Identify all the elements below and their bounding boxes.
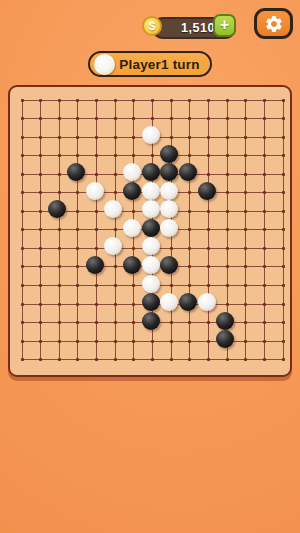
gear-icon [264,14,284,34]
intersection-dot [58,191,61,194]
intersection-dot [95,154,98,157]
stone-white [160,293,178,311]
intersection-dot [282,247,285,250]
intersection-dot [188,284,191,287]
goban[interactable] [8,85,292,377]
stone-black [142,163,160,181]
intersection-dot [207,284,210,287]
intersection-dot [151,154,154,157]
stone-white [142,182,160,200]
intersection-dot [132,154,135,157]
stone-white [142,126,160,144]
intersection-dot [282,117,285,120]
intersection-dot [151,340,154,343]
intersection-dot [58,173,61,176]
stone-black [142,219,160,237]
intersection-dot [21,247,24,250]
intersection-dot [39,284,42,287]
intersection-dot [244,228,247,231]
intersection-dot [282,154,285,157]
intersection-dot [226,247,229,250]
intersection-dot [207,210,210,213]
intersection-dot [21,340,24,343]
intersection-dot [244,210,247,213]
turn-banner: Player1 turn [88,51,212,77]
intersection-dot [39,154,42,157]
intersection-dot [263,191,266,194]
stone-black [160,256,178,274]
intersection-dot [244,99,247,102]
intersection-dot [21,284,24,287]
intersection-dot [226,99,229,102]
intersection-dot [170,284,173,287]
stone-black [86,256,104,274]
stone-black [179,293,197,311]
intersection-dot [207,340,210,343]
intersection-dot [21,191,24,194]
stone-black [123,182,141,200]
intersection-dot [39,136,42,139]
intersection-dot [226,228,229,231]
intersection-dot [58,136,61,139]
intersection-dot [95,340,98,343]
intersection-dot [282,191,285,194]
intersection-dot [207,247,210,250]
stone-black [216,312,234,330]
intersection-dot [188,228,191,231]
intersection-dot [58,154,61,157]
intersection-dot [76,99,79,102]
intersection-dot [226,210,229,213]
stone-black [160,145,178,163]
intersection-dot [114,117,117,120]
intersection-dot [76,284,79,287]
intersection-dot [95,210,98,213]
stone-white [160,182,178,200]
intersection-dot [226,173,229,176]
intersection-dot [207,321,210,324]
intersection-dot [132,358,135,361]
intersection-dot [76,303,79,306]
stone-black [123,256,141,274]
intersection-dot [188,154,191,157]
intersection-dot [244,136,247,139]
intersection-dot [39,358,42,361]
intersection-dot [207,358,210,361]
intersection-dot [170,136,173,139]
intersection-dot [170,340,173,343]
intersection-dot [188,191,191,194]
intersection-dot [114,136,117,139]
intersection-dot [132,210,135,213]
stone-white [104,237,122,255]
intersection-dot [95,284,98,287]
coin-amount: 1,510 [173,21,215,35]
intersection-dot [244,154,247,157]
intersection-dot [95,247,98,250]
intersection-dot [132,136,135,139]
intersection-dot [76,228,79,231]
intersection-dot [244,191,247,194]
intersection-dot [132,340,135,343]
intersection-dot [170,99,173,102]
intersection-dot [226,154,229,157]
intersection-dot [282,321,285,324]
intersection-dot [58,303,61,306]
intersection-dot [188,321,191,324]
intersection-dot [39,303,42,306]
intersection-dot [132,303,135,306]
intersection-dot [39,99,42,102]
intersection-dot [188,136,191,139]
intersection-dot [188,247,191,250]
intersection-dot [226,284,229,287]
intersection-dot [188,340,191,343]
stone-white [142,237,160,255]
intersection-dot [58,265,61,268]
intersection-dot [263,173,266,176]
intersection-dot [132,284,135,287]
intersection-dot [39,117,42,120]
intersection-dot [188,99,191,102]
intersection-dot [114,173,117,176]
intersection-dot [76,358,79,361]
intersection-dot [58,228,61,231]
intersection-dot [244,303,247,306]
intersection-dot [226,358,229,361]
intersection-dot [170,247,173,250]
intersection-dot [207,173,210,176]
intersection-dot [263,284,266,287]
stone-white [123,219,141,237]
intersection-dot [282,210,285,213]
stone-black [48,200,66,218]
intersection-dot [114,358,117,361]
intersection-dot [76,247,79,250]
intersection-dot [151,99,154,102]
intersection-dot [282,303,285,306]
turn-label: Player1 turn [115,57,210,72]
intersection-dot [263,228,266,231]
coin-counter: 1,510 $ + [142,13,242,39]
intersection-dot [282,136,285,139]
intersection-dot [207,265,210,268]
intersection-dot [95,358,98,361]
stone-white [160,219,178,237]
intersection-dot [21,358,24,361]
stone-white [142,275,160,293]
add-coins-button[interactable]: + [213,14,236,37]
intersection-dot [226,303,229,306]
stone-white [142,256,160,274]
intersection-dot [114,154,117,157]
game-screen: 1,510 $ + Player1 turn [0,0,300,533]
intersection-dot [95,136,98,139]
stone-black [160,163,178,181]
intersection-dot [76,265,79,268]
intersection-dot [58,117,61,120]
intersection-dot [114,99,117,102]
intersection-dot [132,247,135,250]
intersection-dot [282,265,285,268]
intersection-dot [95,117,98,120]
stone-black [216,330,234,348]
intersection-dot [76,154,79,157]
intersection-dot [282,358,285,361]
intersection-dot [95,173,98,176]
stone-white [104,200,122,218]
intersection-dot [170,117,173,120]
intersection-dot [170,321,173,324]
white-stone-icon [94,54,115,75]
intersection-dot [226,265,229,268]
intersection-dot [39,265,42,268]
intersection-dot [39,247,42,250]
intersection-dot [282,228,285,231]
intersection-dot [244,284,247,287]
intersection-dot [132,99,135,102]
intersection-dot [263,154,266,157]
intersection-dot [76,321,79,324]
stone-black [142,312,160,330]
intersection-dot [207,154,210,157]
intersection-dot [76,136,79,139]
settings-button[interactable] [254,8,293,39]
intersection-dot [21,173,24,176]
intersection-dot [263,321,266,324]
intersection-dot [21,321,24,324]
intersection-dot [21,154,24,157]
intersection-dot [244,247,247,250]
intersection-dot [58,247,61,250]
dollar-icon: $ [149,20,155,32]
intersection-dot [263,99,266,102]
intersection-dot [114,303,117,306]
intersection-dot [58,358,61,361]
stone-white [142,200,160,218]
intersection-dot [58,99,61,102]
intersection-dot [263,136,266,139]
intersection-dot [226,117,229,120]
intersection-dot [39,228,42,231]
intersection-dot [114,191,117,194]
intersection-dot [132,321,135,324]
intersection-dot [21,210,24,213]
stone-white [123,163,141,181]
intersection-dot [132,117,135,120]
stone-black [198,182,216,200]
intersection-dot [244,358,247,361]
intersection-dot [58,284,61,287]
intersection-dot [39,173,42,176]
intersection-dot [188,265,191,268]
intersection-dot [95,303,98,306]
intersection-dot [114,284,117,287]
intersection-dot [114,265,117,268]
intersection-dot [282,173,285,176]
intersection-dot [207,228,210,231]
intersection-dot [263,247,266,250]
intersection-dot [21,136,24,139]
intersection-dot [114,321,117,324]
stone-black [179,163,197,181]
intersection-dot [114,340,117,343]
intersection-dot [263,265,266,268]
intersection-dot [263,303,266,306]
intersection-dot [21,265,24,268]
stone-white [198,293,216,311]
stone-white [160,200,178,218]
intersection-dot [76,117,79,120]
intersection-dot [263,210,266,213]
intersection-dot [244,173,247,176]
intersection-dot [21,303,24,306]
intersection-dot [207,99,210,102]
intersection-dot [188,210,191,213]
intersection-dot [263,358,266,361]
stone-white [86,182,104,200]
intersection-dot [244,321,247,324]
intersection-dot [188,117,191,120]
intersection-dot [244,340,247,343]
intersection-dot [39,340,42,343]
intersection-dot [58,321,61,324]
intersection-dot [282,340,285,343]
intersection-dot [58,340,61,343]
intersection-dot [263,340,266,343]
intersection-dot [76,191,79,194]
intersection-dot [282,99,285,102]
intersection-dot [39,321,42,324]
intersection-dot [95,99,98,102]
intersection-dot [114,228,117,231]
intersection-dot [188,358,191,361]
intersection-dot [170,358,173,361]
intersection-dot [39,210,42,213]
coin-icon: $ [142,16,162,36]
intersection-dot [76,340,79,343]
intersection-dot [76,210,79,213]
intersection-dot [39,191,42,194]
intersection-dot [95,321,98,324]
intersection-dot [151,358,154,361]
intersection-dot [244,265,247,268]
intersection-dot [21,99,24,102]
intersection-dot [95,228,98,231]
intersection-dot [21,228,24,231]
intersection-dot [21,117,24,120]
intersection-dot [226,191,229,194]
intersection-dot [226,136,229,139]
intersection-dot [207,136,210,139]
intersection-dot [244,117,247,120]
plus-icon: + [220,17,229,33]
intersection-dot [207,117,210,120]
stone-black [142,293,160,311]
intersection-dot [263,117,266,120]
intersection-dot [151,117,154,120]
intersection-dot [282,284,285,287]
stone-black [67,163,85,181]
